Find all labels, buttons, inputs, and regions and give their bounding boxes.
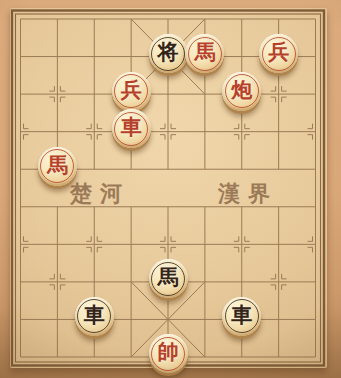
piece-red-chariot[interactable]: 車 [112, 109, 151, 148]
piece-red-general[interactable]: 帥 [149, 334, 188, 373]
piece-red-soldier[interactable]: 兵 [112, 72, 151, 111]
river-label-han-jie: 漢界 [218, 179, 278, 209]
piece-red-soldier[interactable]: 兵 [259, 34, 298, 73]
piece-character: 車 [84, 305, 105, 326]
piece-red-horse[interactable]: 馬 [38, 147, 77, 186]
piece-black-horse[interactable]: 馬 [149, 259, 188, 298]
piece-character: 馬 [194, 42, 215, 63]
piece-red-cannon[interactable]: 炮 [222, 72, 261, 111]
piece-black-chariot[interactable]: 車 [222, 297, 261, 336]
piece-character: 帥 [158, 342, 179, 363]
piece-character: 兵 [121, 80, 142, 101]
piece-character: 車 [231, 305, 252, 326]
xiangqi-app: 楚河 漢界 将馬兵兵炮車馬馬車車帥 [0, 0, 341, 378]
river-label-chu-he: 楚河 [70, 179, 130, 209]
piece-character: 馬 [158, 267, 179, 288]
piece-character: 兵 [268, 42, 289, 63]
piece-black-general[interactable]: 将 [149, 34, 188, 73]
piece-black-chariot[interactable]: 車 [75, 297, 114, 336]
piece-character: 馬 [47, 155, 68, 176]
piece-character: 将 [158, 42, 179, 63]
piece-character: 炮 [231, 80, 252, 101]
piece-character: 車 [121, 117, 142, 138]
